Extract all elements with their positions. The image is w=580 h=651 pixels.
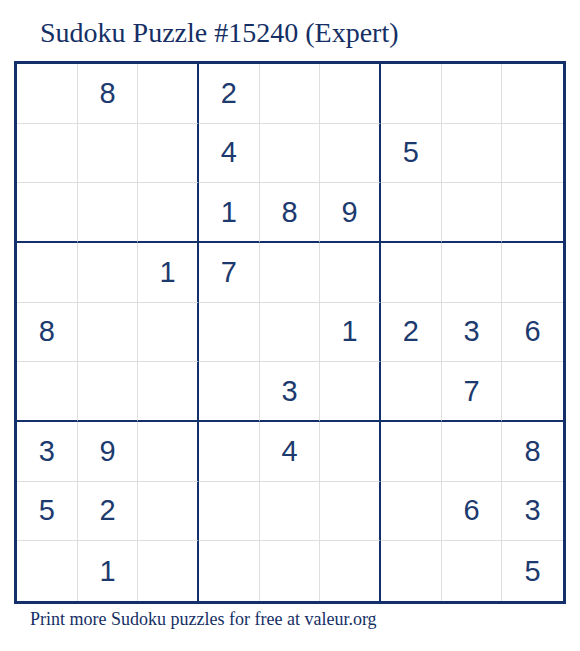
cell-r2c7-given-5: 5 [381, 124, 442, 184]
cell-r6c7-empty [381, 362, 442, 422]
cell-r8c6-empty [320, 482, 381, 542]
cell-r8c4-empty [199, 482, 260, 542]
cell-r4c7-empty [381, 243, 442, 303]
cell-r3c5-given-8: 8 [260, 183, 321, 243]
cell-r5c7-given-2: 2 [381, 303, 442, 363]
cell-r5c8-given-3: 3 [442, 303, 503, 363]
cell-r6c1-empty [17, 362, 78, 422]
cell-r3c4-given-1: 1 [199, 183, 260, 243]
cell-r5c3-empty [138, 303, 199, 363]
cell-r5c4-empty [199, 303, 260, 363]
cell-r9c4-empty [199, 541, 260, 601]
cell-r3c9-empty [502, 183, 563, 243]
cell-r1c1-empty [17, 64, 78, 124]
cell-r3c8-empty [442, 183, 503, 243]
cell-r9c7-empty [381, 541, 442, 601]
cell-r6c3-empty [138, 362, 199, 422]
cell-r4c6-empty [320, 243, 381, 303]
cell-r7c1-given-3: 3 [17, 422, 78, 482]
sudoku-page: Sudoku Puzzle #15240 (Expert) 8245189178… [0, 0, 580, 651]
footer-text: Print more Sudoku puzzles for free at va… [30, 609, 377, 630]
cell-r9c9-given-5: 5 [502, 541, 563, 601]
cell-r8c7-empty [381, 482, 442, 542]
cell-r6c8-given-7: 7 [442, 362, 503, 422]
sudoku-board: 82451891781236373948526315 [14, 61, 566, 604]
cell-r1c6-empty [320, 64, 381, 124]
cell-r7c9-given-8: 8 [502, 422, 563, 482]
cell-r3c2-empty [78, 183, 139, 243]
cell-r4c5-empty [260, 243, 321, 303]
cell-r2c3-empty [138, 124, 199, 184]
cell-r1c4-given-2: 2 [199, 64, 260, 124]
cell-r7c7-empty [381, 422, 442, 482]
cell-r5c9-given-6: 6 [502, 303, 563, 363]
cell-r4c2-empty [78, 243, 139, 303]
cell-r6c5-given-3: 3 [260, 362, 321, 422]
cell-r9c2-given-1: 1 [78, 541, 139, 601]
cell-r4c8-empty [442, 243, 503, 303]
cell-r2c1-empty [17, 124, 78, 184]
cell-r1c9-empty [502, 64, 563, 124]
cell-r7c5-given-4: 4 [260, 422, 321, 482]
cell-r8c1-given-5: 5 [17, 482, 78, 542]
cell-r7c6-empty [320, 422, 381, 482]
cell-r3c7-empty [381, 183, 442, 243]
cell-r8c2-given-2: 2 [78, 482, 139, 542]
cell-r3c3-empty [138, 183, 199, 243]
cell-r9c3-empty [138, 541, 199, 601]
cell-r9c5-empty [260, 541, 321, 601]
page-title: Sudoku Puzzle #15240 (Expert) [40, 16, 399, 50]
cell-r6c4-empty [199, 362, 260, 422]
cell-r5c5-empty [260, 303, 321, 363]
cell-r9c1-empty [17, 541, 78, 601]
cell-r7c2-given-9: 9 [78, 422, 139, 482]
cell-r3c6-given-9: 9 [320, 183, 381, 243]
cell-r2c6-empty [320, 124, 381, 184]
cell-r9c6-empty [320, 541, 381, 601]
cell-r4c1-empty [17, 243, 78, 303]
cell-r7c3-empty [138, 422, 199, 482]
cell-r5c2-empty [78, 303, 139, 363]
cell-r5c6-given-1: 1 [320, 303, 381, 363]
cell-r4c3-given-1: 1 [138, 243, 199, 303]
cell-r1c2-given-8: 8 [78, 64, 139, 124]
cell-r4c9-empty [502, 243, 563, 303]
cell-r8c8-given-6: 6 [442, 482, 503, 542]
cell-r2c5-empty [260, 124, 321, 184]
cell-r8c9-given-3: 3 [502, 482, 563, 542]
cell-r1c5-empty [260, 64, 321, 124]
cell-r6c6-empty [320, 362, 381, 422]
cell-r2c2-empty [78, 124, 139, 184]
cell-r2c4-given-4: 4 [199, 124, 260, 184]
cell-r7c4-empty [199, 422, 260, 482]
cell-r2c8-empty [442, 124, 503, 184]
cell-r1c3-empty [138, 64, 199, 124]
cell-r1c8-empty [442, 64, 503, 124]
cell-r9c8-empty [442, 541, 503, 601]
cell-r6c9-empty [502, 362, 563, 422]
cell-r6c2-empty [78, 362, 139, 422]
cell-r7c8-empty [442, 422, 503, 482]
cell-r5c1-given-8: 8 [17, 303, 78, 363]
cell-r1c7-empty [381, 64, 442, 124]
cell-r8c3-empty [138, 482, 199, 542]
cell-r4c4-given-7: 7 [199, 243, 260, 303]
cell-r2c9-empty [502, 124, 563, 184]
cell-r3c1-empty [17, 183, 78, 243]
cell-r8c5-empty [260, 482, 321, 542]
